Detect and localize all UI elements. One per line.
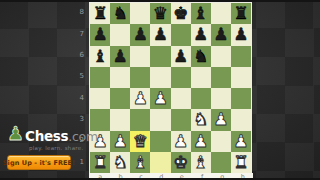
rank-label-5: 5 bbox=[74, 66, 87, 87]
video-frame: 87654321 ♜♞♛♚♝♜♟♟♟♟♟♟♝♟♟♞♟♟♞♟♟♟♛♟♟♟♜♞♝♚♝… bbox=[0, 0, 320, 180]
chesscom-branding: ♟ Chess.com play. learn. share. Sign Up … bbox=[7, 124, 85, 170]
square-b4[interactable] bbox=[110, 88, 130, 109]
black-bishop: ♝ bbox=[193, 5, 208, 22]
black-pawn: ♟ bbox=[133, 26, 148, 43]
white-knight: ♞ bbox=[193, 111, 208, 128]
black-pawn: ♟ bbox=[153, 26, 168, 43]
chesscom-logo[interactable]: ♟ Chess.com bbox=[7, 124, 85, 143]
square-g2[interactable] bbox=[211, 131, 231, 152]
square-h8[interactable]: ♜ bbox=[231, 3, 251, 24]
black-pawn: ♟ bbox=[173, 47, 188, 64]
black-knight: ♞ bbox=[193, 47, 208, 64]
square-d3[interactable] bbox=[150, 109, 170, 130]
square-d5[interactable] bbox=[150, 67, 170, 88]
square-a6[interactable]: ♝ bbox=[90, 46, 110, 67]
square-g6[interactable] bbox=[211, 46, 231, 67]
square-h3[interactable] bbox=[231, 109, 251, 130]
square-d8[interactable]: ♛ bbox=[150, 3, 170, 24]
black-rook: ♜ bbox=[92, 5, 107, 22]
black-king: ♚ bbox=[173, 5, 188, 22]
square-c3[interactable] bbox=[130, 109, 150, 130]
square-d4[interactable]: ♟ bbox=[150, 88, 170, 109]
square-c6[interactable] bbox=[130, 46, 150, 67]
square-g5[interactable] bbox=[211, 67, 231, 88]
square-h7[interactable]: ♟ bbox=[231, 24, 251, 45]
square-f3[interactable]: ♞ bbox=[191, 109, 211, 130]
square-h5[interactable] bbox=[231, 67, 251, 88]
square-g1[interactable] bbox=[211, 152, 231, 173]
board-frame: ♜♞♛♚♝♜♟♟♟♟♟♟♝♟♟♞♟♟♞♟♟♟♛♟♟♟♜♞♝♚♝♜ bbox=[89, 2, 252, 173]
black-queen: ♛ bbox=[153, 5, 168, 22]
black-rook: ♜ bbox=[233, 5, 248, 22]
square-d2[interactable] bbox=[150, 131, 170, 152]
square-e4[interactable] bbox=[171, 88, 191, 109]
square-f5[interactable] bbox=[191, 67, 211, 88]
rank-label-4: 4 bbox=[74, 88, 87, 109]
white-pawn: ♟ bbox=[193, 132, 208, 149]
letterbox-top bbox=[0, 0, 320, 2]
pawn-logo-icon: ♟ bbox=[7, 124, 24, 143]
square-a1[interactable]: ♜ bbox=[90, 152, 110, 173]
white-rook: ♜ bbox=[92, 153, 107, 170]
logo-name: Chess bbox=[25, 130, 68, 144]
white-pawn: ♟ bbox=[173, 132, 188, 149]
rank-label-6: 6 bbox=[74, 45, 87, 66]
square-h6[interactable] bbox=[231, 46, 251, 67]
white-pawn: ♟ bbox=[153, 90, 168, 107]
square-f2[interactable]: ♟ bbox=[191, 131, 211, 152]
white-bishop: ♝ bbox=[193, 153, 208, 170]
square-d1[interactable] bbox=[150, 152, 170, 173]
black-pawn: ♟ bbox=[193, 26, 208, 43]
square-b1[interactable]: ♞ bbox=[110, 152, 130, 173]
square-c4[interactable]: ♟ bbox=[130, 88, 150, 109]
square-g3[interactable]: ♟ bbox=[211, 109, 231, 130]
logo-tld: .com bbox=[68, 131, 97, 144]
square-f1[interactable]: ♝ bbox=[191, 152, 211, 173]
white-knight: ♞ bbox=[113, 153, 128, 170]
square-f4[interactable] bbox=[191, 88, 211, 109]
square-b8[interactable]: ♞ bbox=[110, 3, 130, 24]
square-e2[interactable]: ♟ bbox=[171, 131, 191, 152]
black-pawn: ♟ bbox=[113, 47, 128, 64]
square-b5[interactable] bbox=[110, 67, 130, 88]
square-c7[interactable]: ♟ bbox=[130, 24, 150, 45]
logo-tagline: play. learn. share. bbox=[29, 145, 85, 151]
square-a4[interactable] bbox=[90, 88, 110, 109]
black-pawn: ♟ bbox=[233, 26, 248, 43]
white-king: ♚ bbox=[173, 153, 188, 170]
square-b7[interactable] bbox=[110, 24, 130, 45]
square-h4[interactable] bbox=[231, 88, 251, 109]
square-a3[interactable] bbox=[90, 109, 110, 130]
square-e5[interactable] bbox=[171, 67, 191, 88]
square-a7[interactable]: ♟ bbox=[90, 24, 110, 45]
black-bishop: ♝ bbox=[92, 47, 107, 64]
square-e6[interactable]: ♟ bbox=[171, 46, 191, 67]
square-e8[interactable]: ♚ bbox=[171, 3, 191, 24]
square-f7[interactable]: ♟ bbox=[191, 24, 211, 45]
square-f6[interactable]: ♞ bbox=[191, 46, 211, 67]
square-c1[interactable]: ♝ bbox=[130, 152, 150, 173]
square-h2[interactable]: ♟ bbox=[231, 131, 251, 152]
white-pawn: ♟ bbox=[133, 90, 148, 107]
rank-label-7: 7 bbox=[74, 23, 87, 44]
square-h1[interactable]: ♜ bbox=[231, 152, 251, 173]
square-d7[interactable]: ♟ bbox=[150, 24, 170, 45]
square-b2[interactable]: ♟ bbox=[110, 131, 130, 152]
signup-button[interactable]: Sign Up - it's FREE! bbox=[7, 155, 71, 170]
rank-label-8: 8 bbox=[74, 2, 87, 23]
white-pawn: ♟ bbox=[213, 111, 228, 128]
black-pawn: ♟ bbox=[92, 26, 107, 43]
white-pawn: ♟ bbox=[113, 132, 128, 149]
square-e1[interactable]: ♚ bbox=[171, 152, 191, 173]
square-a5[interactable] bbox=[90, 67, 110, 88]
black-knight: ♞ bbox=[113, 5, 128, 22]
letterbox-bottom bbox=[0, 178, 320, 180]
square-g7[interactable]: ♟ bbox=[211, 24, 231, 45]
square-g8[interactable] bbox=[211, 3, 231, 24]
white-bishop: ♝ bbox=[133, 153, 148, 170]
square-g4[interactable] bbox=[211, 88, 231, 109]
chess-board: ♜♞♛♚♝♜♟♟♟♟♟♟♝♟♟♞♟♟♞♟♟♟♛♟♟♟♜♞♝♚♝♜ bbox=[90, 3, 251, 173]
square-c8[interactable] bbox=[130, 3, 150, 24]
square-b6[interactable]: ♟ bbox=[110, 46, 130, 67]
white-pawn: ♟ bbox=[233, 132, 248, 149]
square-a8[interactable]: ♜ bbox=[90, 3, 110, 24]
square-b3[interactable] bbox=[110, 109, 130, 130]
square-e7[interactable] bbox=[171, 24, 191, 45]
square-f8[interactable]: ♝ bbox=[191, 3, 211, 24]
square-e3[interactable] bbox=[171, 109, 191, 130]
square-d6[interactable] bbox=[150, 46, 170, 67]
black-pawn: ♟ bbox=[213, 26, 228, 43]
square-c5[interactable] bbox=[130, 67, 150, 88]
square-c2[interactable]: ♛ bbox=[130, 131, 150, 152]
white-queen: ♛ bbox=[133, 132, 148, 149]
white-rook: ♜ bbox=[233, 153, 248, 170]
